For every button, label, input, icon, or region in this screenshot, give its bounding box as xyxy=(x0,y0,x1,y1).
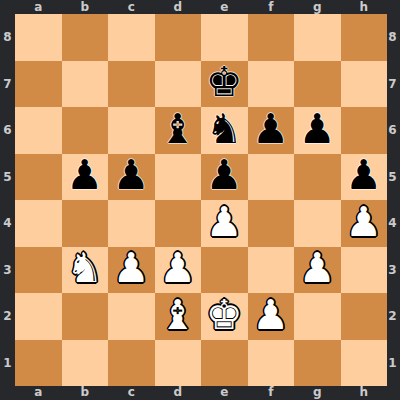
rank-label-7: 7 xyxy=(0,61,15,108)
file-label-e: e xyxy=(201,384,248,400)
square-h4[interactable]: ♟ xyxy=(341,200,388,247)
piece-white-king[interactable]: ♚ xyxy=(206,295,243,336)
rank-label-3: 3 xyxy=(0,247,15,294)
square-h8[interactable] xyxy=(341,14,388,61)
square-b2[interactable] xyxy=(62,293,109,340)
square-a7[interactable] xyxy=(15,61,62,108)
file-labels-bottom: abcdefgh xyxy=(15,384,387,400)
rank-labels-left: 87654321 xyxy=(0,14,15,386)
piece-black-pawn[interactable]: ♟ xyxy=(345,155,382,196)
square-f6[interactable]: ♟ xyxy=(248,107,295,154)
square-f4[interactable] xyxy=(248,200,295,247)
square-e3[interactable] xyxy=(201,247,248,294)
square-f2[interactable]: ♟ xyxy=(248,293,295,340)
square-b3[interactable]: ♞ xyxy=(62,247,109,294)
piece-white-pawn[interactable]: ♟ xyxy=(113,248,150,289)
square-c4[interactable] xyxy=(108,200,155,247)
square-b6[interactable] xyxy=(62,107,109,154)
square-a2[interactable] xyxy=(15,293,62,340)
file-label-g: g xyxy=(294,0,341,14)
square-b8[interactable] xyxy=(62,14,109,61)
square-f5[interactable] xyxy=(248,154,295,201)
square-d5[interactable] xyxy=(155,154,202,201)
square-c5[interactable]: ♟ xyxy=(108,154,155,201)
square-d3[interactable]: ♟ xyxy=(155,247,202,294)
piece-white-pawn[interactable]: ♟ xyxy=(206,202,243,243)
square-e6[interactable]: ♞ xyxy=(201,107,248,154)
piece-white-pawn[interactable]: ♟ xyxy=(159,248,196,289)
square-a8[interactable] xyxy=(15,14,62,61)
square-e7[interactable]: ♚ xyxy=(201,61,248,108)
piece-black-pawn[interactable]: ♟ xyxy=(206,155,243,196)
square-h2[interactable] xyxy=(341,293,388,340)
file-label-a: a xyxy=(15,384,62,400)
piece-black-pawn[interactable]: ♟ xyxy=(113,155,150,196)
rank-label-1: 1 xyxy=(385,340,400,387)
file-label-a: a xyxy=(15,0,62,14)
square-f3[interactable] xyxy=(248,247,295,294)
rank-label-8: 8 xyxy=(385,14,400,61)
rank-label-2: 2 xyxy=(0,293,15,340)
rank-label-6: 6 xyxy=(385,107,400,154)
square-b7[interactable] xyxy=(62,61,109,108)
file-label-h: h xyxy=(341,0,388,14)
rank-label-3: 3 xyxy=(385,247,400,294)
file-label-g: g xyxy=(294,384,341,400)
square-a3[interactable] xyxy=(15,247,62,294)
square-a6[interactable] xyxy=(15,107,62,154)
square-h7[interactable] xyxy=(341,61,388,108)
rank-label-7: 7 xyxy=(385,61,400,108)
square-f8[interactable] xyxy=(248,14,295,61)
square-g4[interactable] xyxy=(294,200,341,247)
square-d4[interactable] xyxy=(155,200,202,247)
piece-white-knight[interactable]: ♞ xyxy=(66,248,103,289)
square-h5[interactable]: ♟ xyxy=(341,154,388,201)
piece-black-knight[interactable]: ♞ xyxy=(206,109,243,150)
square-g3[interactable]: ♟ xyxy=(294,247,341,294)
square-b5[interactable]: ♟ xyxy=(62,154,109,201)
rank-label-2: 2 xyxy=(385,293,400,340)
square-g7[interactable] xyxy=(294,61,341,108)
file-label-d: d xyxy=(155,384,202,400)
file-label-f: f xyxy=(248,384,295,400)
piece-white-bishop[interactable]: ♝ xyxy=(159,295,196,336)
square-g2[interactable] xyxy=(294,293,341,340)
chess-board-frame: abcdefgh 87654321 87654321 ♚♝♞♟♟♟♟♟♟♟♟♞♟… xyxy=(0,0,400,400)
square-d6[interactable]: ♝ xyxy=(155,107,202,154)
file-label-c: c xyxy=(108,384,155,400)
file-labels-top: abcdefgh xyxy=(15,0,387,14)
square-f7[interactable] xyxy=(248,61,295,108)
square-d1[interactable] xyxy=(155,340,202,387)
rank-label-1: 1 xyxy=(0,340,15,387)
rank-label-4: 4 xyxy=(0,200,15,247)
piece-white-pawn[interactable]: ♟ xyxy=(345,202,382,243)
rank-label-4: 4 xyxy=(385,200,400,247)
file-label-b: b xyxy=(62,384,109,400)
file-label-d: d xyxy=(155,0,202,14)
piece-black-pawn[interactable]: ♟ xyxy=(66,155,103,196)
piece-black-pawn[interactable]: ♟ xyxy=(299,109,336,150)
file-label-c: c xyxy=(108,0,155,14)
square-g8[interactable] xyxy=(294,14,341,61)
square-h3[interactable] xyxy=(341,247,388,294)
rank-label-5: 5 xyxy=(385,154,400,201)
square-e1[interactable] xyxy=(201,340,248,387)
rank-label-6: 6 xyxy=(0,107,15,154)
square-c7[interactable] xyxy=(108,61,155,108)
file-label-e: e xyxy=(201,0,248,14)
square-c8[interactable] xyxy=(108,14,155,61)
square-g5[interactable] xyxy=(294,154,341,201)
piece-black-king[interactable]: ♚ xyxy=(206,62,243,103)
square-a4[interactable] xyxy=(15,200,62,247)
square-c2[interactable] xyxy=(108,293,155,340)
square-a5[interactable] xyxy=(15,154,62,201)
rank-label-5: 5 xyxy=(0,154,15,201)
square-a1[interactable] xyxy=(15,340,62,387)
piece-black-bishop[interactable]: ♝ xyxy=(159,109,196,150)
square-b4[interactable] xyxy=(62,200,109,247)
rank-labels-right: 87654321 xyxy=(385,14,400,386)
square-b1[interactable] xyxy=(62,340,109,387)
square-e4[interactable]: ♟ xyxy=(201,200,248,247)
square-c6[interactable] xyxy=(108,107,155,154)
file-label-b: b xyxy=(62,0,109,14)
rank-label-8: 8 xyxy=(0,14,15,61)
piece-white-pawn[interactable]: ♟ xyxy=(299,248,336,289)
file-label-h: h xyxy=(341,384,388,400)
square-c3[interactable]: ♟ xyxy=(108,247,155,294)
piece-white-pawn[interactable]: ♟ xyxy=(252,295,289,336)
file-label-f: f xyxy=(248,0,295,14)
square-e8[interactable] xyxy=(201,14,248,61)
chess-board: ♚♝♞♟♟♟♟♟♟♟♟♞♟♟♟♝♚♟ xyxy=(15,14,387,386)
square-d8[interactable] xyxy=(155,14,202,61)
square-f1[interactable] xyxy=(248,340,295,387)
square-h6[interactable] xyxy=(341,107,388,154)
square-d2[interactable]: ♝ xyxy=(155,293,202,340)
square-d7[interactable] xyxy=(155,61,202,108)
square-c1[interactable] xyxy=(108,340,155,387)
square-h1[interactable] xyxy=(341,340,388,387)
square-e5[interactable]: ♟ xyxy=(201,154,248,201)
square-g1[interactable] xyxy=(294,340,341,387)
piece-black-pawn[interactable]: ♟ xyxy=(252,109,289,150)
square-e2[interactable]: ♚ xyxy=(201,293,248,340)
square-g6[interactable]: ♟ xyxy=(294,107,341,154)
